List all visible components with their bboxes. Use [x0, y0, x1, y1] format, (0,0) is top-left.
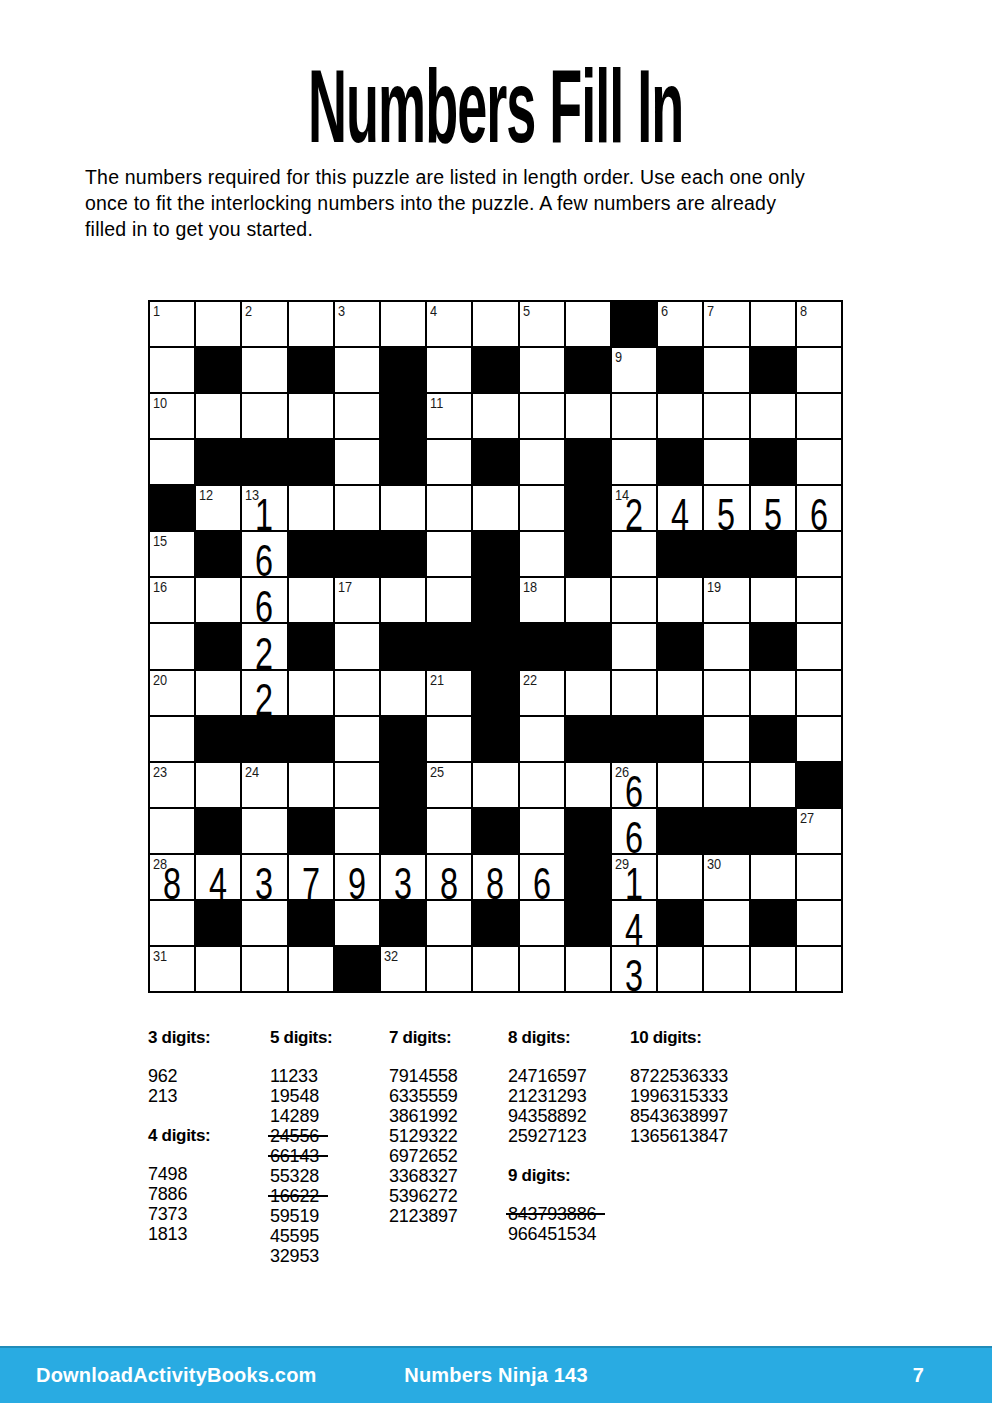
black-cell [704, 532, 748, 576]
grid-cell[interactable] [612, 624, 656, 668]
grid-cell[interactable] [473, 486, 517, 530]
grid-cell[interactable] [427, 486, 471, 530]
grid-cell[interactable] [381, 671, 425, 715]
grid-cell[interactable] [751, 302, 795, 346]
clue-number: 16 [153, 578, 167, 595]
black-cell [473, 671, 517, 715]
black-cell [289, 348, 333, 392]
list-number: 8543638997 [630, 1106, 748, 1126]
filled-digit: 4 [664, 492, 696, 537]
black-cell [566, 348, 610, 392]
grid-cell[interactable]: 17 [335, 578, 379, 622]
grid-cell[interactable]: 21 [427, 671, 471, 715]
list-header: 7 digits: [389, 1028, 507, 1048]
grid-cell[interactable] [427, 809, 471, 853]
black-cell [473, 348, 517, 392]
grid-cell[interactable] [150, 901, 194, 945]
grid-cell[interactable] [196, 671, 240, 715]
grid-cell[interactable] [658, 763, 702, 807]
black-cell [381, 717, 425, 761]
list-number: 7373 [148, 1204, 266, 1224]
black-cell [289, 809, 333, 853]
clue-number: 6 [661, 302, 668, 319]
grid-cell[interactable]: 3 [335, 302, 379, 346]
grid-cell[interactable] [797, 578, 841, 622]
grid-cell[interactable]: 3 [612, 947, 656, 991]
grid-cell[interactable] [658, 394, 702, 438]
black-cell [196, 348, 240, 392]
clue-number: 30 [707, 855, 721, 872]
grid-cell[interactable]: 4 [427, 302, 471, 346]
grid-cell[interactable] [520, 348, 564, 392]
list-number: 21231293 [508, 1086, 626, 1106]
grid-cell[interactable]: 5 [704, 486, 748, 530]
list-number: 45595 [270, 1226, 388, 1246]
filled-digit: 5 [757, 492, 789, 537]
grid-cell[interactable] [658, 578, 702, 622]
grid-cell[interactable] [658, 671, 702, 715]
number-list-column-3-4-digits: 3 digits:9622134 digits:7498788673731813 [148, 1028, 266, 1244]
filled-digit: 6 [526, 861, 558, 906]
grid-cell[interactable] [289, 671, 333, 715]
list-number: 11233 [270, 1066, 388, 1086]
black-cell [658, 809, 702, 853]
list-header: 3 digits: [148, 1028, 266, 1048]
list-number-used: 24556 [270, 1126, 388, 1146]
clue-number: 22 [523, 671, 537, 688]
grid-cell[interactable]: 8 [797, 302, 841, 346]
grid-cell[interactable] [520, 440, 564, 484]
grid-cell[interactable] [335, 624, 379, 668]
black-cell [751, 809, 795, 853]
instructions-line: The numbers required for this puzzle are… [85, 164, 935, 190]
filled-digit: 8 [480, 861, 512, 906]
grid-cell[interactable]: 6 [797, 486, 841, 530]
grid-cell[interactable] [427, 947, 471, 991]
grid-cell[interactable] [751, 763, 795, 807]
list-number: 5396272 [389, 1186, 507, 1206]
clue-number: 7 [707, 302, 714, 319]
grid-cell[interactable] [335, 486, 379, 530]
list-header: 9 digits: [508, 1166, 626, 1186]
grid-cell[interactable]: 6 [242, 578, 286, 622]
filled-digit: 6 [249, 538, 281, 583]
list-number: 966451534 [508, 1224, 626, 1244]
black-cell [381, 440, 425, 484]
clue-number: 18 [523, 578, 537, 595]
grid-cell[interactable] [196, 302, 240, 346]
grid-cell[interactable] [658, 947, 702, 991]
filled-digit: 3 [249, 861, 281, 906]
grid-cell[interactable] [797, 671, 841, 715]
clue-number: 23 [153, 763, 167, 780]
grid-cell[interactable] [520, 532, 564, 576]
black-cell [196, 532, 240, 576]
black-cell [751, 348, 795, 392]
filled-digit: 3 [618, 953, 650, 998]
grid-cell[interactable] [704, 440, 748, 484]
grid-cell[interactable] [704, 763, 748, 807]
grid-cell[interactable]: 5 [751, 486, 795, 530]
grid-cell[interactable] [242, 394, 286, 438]
list-number: 59519 [270, 1206, 388, 1226]
grid-cell[interactable] [242, 901, 286, 945]
grid-cell[interactable] [751, 855, 795, 899]
black-cell [289, 624, 333, 668]
filled-digit: 9 [341, 861, 373, 906]
black-cell [473, 440, 517, 484]
black-cell [473, 717, 517, 761]
black-cell [751, 532, 795, 576]
clue-number: 19 [707, 578, 721, 595]
grid-cell[interactable] [520, 486, 564, 530]
black-cell [658, 532, 702, 576]
grid-cell[interactable] [520, 901, 564, 945]
grid-cell[interactable]: 16 [150, 578, 194, 622]
list-number: 3861992 [389, 1106, 507, 1126]
grid-cell[interactable] [704, 348, 748, 392]
grid-cell[interactable] [335, 901, 379, 945]
grid-cell[interactable] [289, 578, 333, 622]
grid-cell[interactable] [150, 348, 194, 392]
black-cell [658, 901, 702, 945]
footer-bar: DownloadActivityBooks.com Numbers Ninja … [0, 1346, 992, 1403]
clue-number: 11 [430, 394, 443, 411]
grid-cell[interactable]: 7 [289, 855, 333, 899]
black-cell [381, 624, 425, 668]
grid-cell[interactable]: 2 [242, 624, 286, 668]
black-cell [566, 532, 610, 576]
grid-cell[interactable] [196, 578, 240, 622]
list-number: 2123897 [389, 1206, 507, 1226]
grid-cell[interactable]: 18 [520, 578, 564, 622]
clue-number: 27 [800, 809, 814, 826]
black-cell [751, 440, 795, 484]
grid-cell[interactable] [566, 302, 610, 346]
grid-cell[interactable]: 6 [242, 532, 286, 576]
grid-cell[interactable]: 3 [242, 855, 286, 899]
list-number: 14289 [270, 1106, 388, 1126]
grid-cell[interactable]: 291 [612, 855, 656, 899]
black-cell [289, 532, 333, 576]
grid-cell[interactable] [150, 440, 194, 484]
number-list-column-10-digits: 10 digits:872253633319963153338543638997… [630, 1028, 748, 1146]
grid-cell[interactable] [473, 947, 517, 991]
grid-cell[interactable] [797, 855, 841, 899]
grid-cell[interactable] [520, 763, 564, 807]
filled-digit: 6 [803, 492, 835, 537]
puzzle-grid: 1234567891011121311424556156166171819220… [148, 300, 843, 993]
list-number: 8722536333 [630, 1066, 748, 1086]
grid-cell[interactable] [473, 763, 517, 807]
grid-cell[interactable] [242, 947, 286, 991]
grid-cell[interactable]: 30 [704, 855, 748, 899]
grid-cell[interactable] [797, 348, 841, 392]
grid-cell[interactable]: 3 [381, 855, 425, 899]
black-cell [473, 901, 517, 945]
grid-cell[interactable] [566, 947, 610, 991]
grid-cell[interactable] [242, 348, 286, 392]
grid-cell[interactable] [751, 394, 795, 438]
list-number: 24716597 [508, 1066, 626, 1086]
grid-cell[interactable] [797, 394, 841, 438]
black-cell [520, 624, 564, 668]
black-cell [196, 624, 240, 668]
grid-cell[interactable] [520, 717, 564, 761]
filled-digit: 2 [618, 492, 650, 537]
grid-cell[interactable]: 10 [150, 394, 194, 438]
grid-cell[interactable]: 1 [150, 302, 194, 346]
grid-cell[interactable] [335, 717, 379, 761]
black-cell [658, 717, 702, 761]
instructions: The numbers required for this puzzle are… [85, 164, 935, 242]
grid-cell[interactable] [289, 394, 333, 438]
grid-cell[interactable] [289, 947, 333, 991]
grid-cell[interactable] [704, 394, 748, 438]
grid-cell[interactable]: 22 [520, 671, 564, 715]
grid-cell[interactable]: 32 [381, 947, 425, 991]
grid-cell[interactable] [797, 901, 841, 945]
grid-cell[interactable] [797, 532, 841, 576]
grid-cell[interactable]: 25 [427, 763, 471, 807]
grid-cell[interactable]: 20 [150, 671, 194, 715]
grid-cell[interactable] [427, 901, 471, 945]
grid-cell[interactable] [566, 671, 610, 715]
grid-cell[interactable] [427, 578, 471, 622]
list-header: 4 digits: [148, 1126, 266, 1146]
black-cell [381, 901, 425, 945]
list-number-used: 66143 [270, 1146, 388, 1166]
grid-cell[interactable] [335, 440, 379, 484]
clue-number: 12 [199, 486, 213, 503]
grid-cell[interactable] [704, 671, 748, 715]
filled-digit: 4 [618, 907, 650, 952]
grid-cell[interactable] [612, 671, 656, 715]
grid-cell[interactable] [612, 578, 656, 622]
grid-cell[interactable]: 6 [612, 809, 656, 853]
filled-digit: 6 [618, 769, 650, 814]
black-cell [566, 855, 610, 899]
footer-page-number: 7 [913, 1364, 924, 1387]
grid-cell[interactable]: 4 [612, 901, 656, 945]
grid-cell[interactable] [196, 394, 240, 438]
list-number: 213 [148, 1086, 266, 1106]
filled-digit: 3 [387, 861, 419, 906]
grid-cell[interactable]: 8 [473, 855, 517, 899]
clue-number: 21 [430, 671, 444, 688]
list-number-used: 16622 [270, 1186, 388, 1206]
instructions-line: filled in to get you started. [85, 216, 935, 242]
grid-cell[interactable] [473, 394, 517, 438]
black-cell [242, 717, 286, 761]
list-number: 94358892 [508, 1106, 626, 1126]
black-cell [566, 624, 610, 668]
black-cell [658, 624, 702, 668]
list-header: 5 digits: [270, 1028, 388, 1048]
black-cell [381, 532, 425, 576]
grid-cell[interactable] [427, 532, 471, 576]
grid-cell[interactable] [612, 394, 656, 438]
filled-digit: 5 [711, 492, 743, 537]
clue-number: 31 [153, 947, 167, 964]
grid-cell[interactable]: 142 [612, 486, 656, 530]
grid-cell[interactable]: 11 [427, 394, 471, 438]
grid-cell[interactable]: 19 [704, 578, 748, 622]
list-number: 6335559 [389, 1086, 507, 1106]
number-list-column-8-9-digits: 8 digits:2471659721231293943588922592712… [508, 1028, 626, 1244]
filled-digit: 1 [618, 861, 650, 906]
grid-cell[interactable]: 8 [427, 855, 471, 899]
grid-cell[interactable] [335, 394, 379, 438]
grid-cell[interactable] [289, 302, 333, 346]
grid-cell[interactable] [566, 578, 610, 622]
instructions-line: once to fit the interlocking numbers int… [85, 190, 935, 216]
grid-cell[interactable] [289, 486, 333, 530]
grid-cell[interactable] [797, 440, 841, 484]
grid-cell[interactable]: 6 [658, 302, 702, 346]
grid-cell[interactable]: 2 [242, 302, 286, 346]
black-cell [427, 624, 471, 668]
black-cell [473, 578, 517, 622]
grid-cell[interactable]: 4 [658, 486, 702, 530]
list-number: 55328 [270, 1166, 388, 1186]
black-cell [566, 901, 610, 945]
black-cell [289, 440, 333, 484]
grid-cell[interactable]: 288 [150, 855, 194, 899]
clue-number: 4 [430, 302, 437, 319]
grid-cell[interactable] [566, 394, 610, 438]
black-cell [381, 348, 425, 392]
grid-cell[interactable] [612, 532, 656, 576]
grid-cell[interactable] [150, 717, 194, 761]
list-number: 5129322 [389, 1126, 507, 1146]
black-cell [289, 901, 333, 945]
grid-cell[interactable] [751, 578, 795, 622]
grid-cell[interactable]: 31 [150, 947, 194, 991]
black-cell [797, 763, 841, 807]
list-number: 1996315333 [630, 1086, 748, 1106]
grid-cell[interactable]: 9 [335, 855, 379, 899]
grid-cell[interactable]: 24 [242, 763, 286, 807]
grid-cell[interactable] [566, 763, 610, 807]
grid-cell[interactable] [427, 440, 471, 484]
filled-digit: 2 [249, 677, 281, 722]
grid-cell[interactable]: 5 [520, 302, 564, 346]
black-cell [196, 901, 240, 945]
black-cell [196, 717, 240, 761]
list-number: 3368327 [389, 1166, 507, 1186]
grid-cell[interactable] [335, 763, 379, 807]
grid-cell[interactable]: 23 [150, 763, 194, 807]
grid-cell[interactable] [797, 624, 841, 668]
black-cell [612, 717, 656, 761]
clue-number: 9 [615, 348, 622, 365]
black-cell [381, 394, 425, 438]
grid-cell[interactable] [473, 302, 517, 346]
black-cell [473, 624, 517, 668]
black-cell [381, 763, 425, 807]
black-cell [566, 717, 610, 761]
grid-cell[interactable] [335, 348, 379, 392]
grid-cell[interactable] [427, 348, 471, 392]
filled-digit: 8 [433, 861, 465, 906]
page: Numbers Fill In The numbers required for… [0, 0, 992, 1403]
grid-cell[interactable] [520, 809, 564, 853]
clue-number: 10 [153, 394, 167, 411]
grid-cell[interactable] [381, 578, 425, 622]
grid-cell[interactable] [242, 809, 286, 853]
grid-cell[interactable] [797, 717, 841, 761]
black-cell [566, 486, 610, 530]
grid-cell[interactable]: 2 [242, 671, 286, 715]
black-cell [335, 532, 379, 576]
filled-digit: 1 [249, 492, 281, 537]
grid-cell[interactable]: 7 [704, 302, 748, 346]
grid-cell[interactable] [612, 440, 656, 484]
grid-cell[interactable] [289, 763, 333, 807]
grid-cell[interactable] [427, 717, 471, 761]
grid-cell[interactable]: 131 [242, 486, 286, 530]
grid-cell[interactable]: 6 [520, 855, 564, 899]
grid-cell[interactable] [704, 624, 748, 668]
clue-number: 8 [800, 302, 807, 319]
grid-cell[interactable] [196, 763, 240, 807]
grid-cell[interactable] [196, 947, 240, 991]
list-number-used: 843793886 [508, 1204, 626, 1224]
grid-cell[interactable] [150, 624, 194, 668]
clue-number: 3 [338, 302, 345, 319]
grid-cell[interactable] [751, 671, 795, 715]
filled-digit: 7 [295, 861, 327, 906]
grid-cell[interactable]: 9 [612, 348, 656, 392]
clue-number: 5 [523, 302, 530, 319]
grid-cell[interactable] [704, 717, 748, 761]
black-cell [658, 348, 702, 392]
grid-cell[interactable] [658, 855, 702, 899]
grid-cell[interactable] [704, 901, 748, 945]
grid-cell[interactable]: 12 [196, 486, 240, 530]
grid-cell[interactable] [335, 809, 379, 853]
black-cell [196, 809, 240, 853]
black-cell [473, 809, 517, 853]
number-list-column-5-digits: 5 digits:1123319548142892455666143553281… [270, 1028, 388, 1266]
grid-cell[interactable] [335, 671, 379, 715]
list-header: 8 digits: [508, 1028, 626, 1048]
grid-cell[interactable]: 4 [196, 855, 240, 899]
grid-cell[interactable] [797, 947, 841, 991]
filled-digit: 2 [249, 631, 281, 676]
grid-cell[interactable] [704, 947, 748, 991]
grid-cell[interactable] [751, 947, 795, 991]
clue-number: 24 [245, 763, 259, 780]
grid-cell[interactable] [381, 302, 425, 346]
grid-cell[interactable]: 266 [612, 763, 656, 807]
black-cell [566, 440, 610, 484]
filled-digit: 4 [202, 861, 234, 906]
grid-cell[interactable]: 15 [150, 532, 194, 576]
black-cell [566, 809, 610, 853]
list-header: 10 digits: [630, 1028, 748, 1048]
black-cell [751, 901, 795, 945]
grid-cell[interactable] [520, 947, 564, 991]
grid-cell[interactable] [150, 809, 194, 853]
grid-cell[interactable] [381, 486, 425, 530]
grid-cell[interactable] [520, 394, 564, 438]
grid-cell[interactable]: 27 [797, 809, 841, 853]
list-number: 19548 [270, 1086, 388, 1106]
clue-number: 1 [153, 302, 160, 319]
clue-number: 25 [430, 763, 444, 780]
